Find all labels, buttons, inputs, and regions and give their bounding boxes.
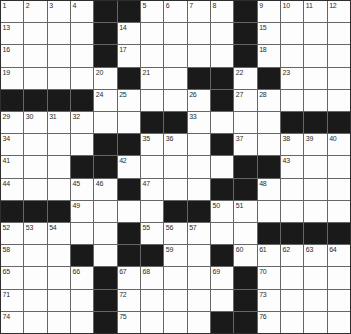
white-cell[interactable] [211,290,233,311]
white-cell[interactable] [328,45,350,66]
clue-number: 10 [283,1,290,10]
clue-number: 30 [26,112,33,121]
white-cell[interactable]: 62 [281,245,303,266]
clue-number: 33 [189,112,196,121]
clue-number: 19 [3,68,10,77]
black-cell [234,179,256,200]
black-cell [304,112,326,133]
white-cell[interactable] [118,112,140,133]
white-cell[interactable]: 53 [24,223,46,244]
white-cell[interactable]: 33 [188,112,210,133]
white-cell[interactable]: 48 [258,179,280,200]
white-cell[interactable] [141,45,163,66]
white-cell[interactable]: 31 [48,112,70,133]
white-cell[interactable] [188,267,210,288]
white-cell[interactable] [281,23,303,44]
white-cell[interactable]: 10 [281,1,303,22]
black-cell [234,23,256,44]
white-cell[interactable]: 25 [118,90,140,111]
clue-number: 15 [259,23,266,32]
white-cell[interactable] [71,23,93,44]
white-cell[interactable]: 42 [118,156,140,177]
clue-number: 75 [119,312,126,321]
white-cell[interactable] [164,23,186,44]
clue-number: 4 [73,1,77,10]
black-cell [211,90,233,111]
white-cell[interactable] [258,201,280,222]
white-cell[interactable]: 28 [258,90,280,111]
black-cell [94,290,116,311]
white-cell[interactable] [164,267,186,288]
black-cell [94,267,116,288]
black-cell [94,23,116,44]
white-cell[interactable]: 29 [1,112,23,133]
black-cell [234,156,256,177]
clue-number: 62 [283,245,290,254]
white-cell[interactable]: 47 [141,179,163,200]
black-cell [211,245,233,266]
white-cell[interactable]: 72 [118,290,140,311]
white-cell[interactable] [164,290,186,311]
white-cell[interactable] [188,23,210,44]
white-cell[interactable]: 59 [164,245,186,266]
black-cell [234,267,256,288]
crossword-grid: 1234567891011121314151617181920212223242… [0,0,351,334]
clue-number: 51 [236,201,243,210]
white-cell[interactable]: 27 [234,90,256,111]
clue-number: 70 [259,267,266,276]
clue-number: 68 [143,267,150,276]
white-cell[interactable]: 5 [141,1,163,22]
white-cell[interactable]: 56 [164,223,186,244]
black-cell [234,45,256,66]
white-cell[interactable] [281,290,303,311]
white-cell[interactable]: 2 [24,1,46,22]
white-cell[interactable] [188,179,210,200]
white-cell[interactable] [328,90,350,111]
white-cell[interactable] [24,23,46,44]
clue-number: 72 [119,290,126,299]
white-cell[interactable]: 51 [234,201,256,222]
black-cell [258,223,280,244]
white-cell[interactable]: 73 [258,290,280,311]
white-cell[interactable] [71,45,93,66]
clue-number: 46 [96,179,103,188]
white-cell[interactable] [304,267,326,288]
white-cell[interactable]: 24 [94,90,116,111]
white-cell[interactable] [71,223,93,244]
white-cell[interactable]: 34 [1,134,23,155]
white-cell[interactable]: 14 [118,23,140,44]
clue-number: 40 [329,134,336,143]
black-cell [188,201,210,222]
clue-number: 38 [283,134,290,143]
white-cell[interactable]: 32 [71,112,93,133]
white-cell[interactable] [24,312,46,333]
white-cell[interactable] [71,134,93,155]
white-cell[interactable]: 18 [258,45,280,66]
white-cell[interactable]: 54 [48,223,70,244]
white-cell[interactable]: 44 [1,179,23,200]
clue-number: 7 [189,1,193,10]
white-cell[interactable] [94,245,116,266]
white-cell[interactable] [48,23,70,44]
black-cell [328,223,350,244]
white-cell[interactable]: 55 [141,223,163,244]
white-cell[interactable] [48,179,70,200]
white-cell[interactable]: 6 [164,1,186,22]
white-cell[interactable] [328,290,350,311]
white-cell[interactable] [94,201,116,222]
clue-number: 67 [119,267,126,276]
white-cell[interactable] [188,156,210,177]
white-cell[interactable]: 65 [1,267,23,288]
white-cell[interactable] [118,201,140,222]
white-cell[interactable] [304,290,326,311]
black-cell [118,1,140,22]
clue-number: 45 [73,179,80,188]
white-cell[interactable]: 60 [234,245,256,266]
clue-number: 73 [259,290,266,299]
clue-number: 8 [213,1,217,10]
clue-number: 23 [283,68,290,77]
white-cell[interactable] [71,68,93,89]
white-cell[interactable]: 16 [1,45,23,66]
clue-number: 35 [143,134,150,143]
white-cell[interactable] [188,312,210,333]
black-cell [94,312,116,333]
clue-number: 31 [49,112,56,121]
black-cell [94,1,116,22]
white-cell[interactable] [281,267,303,288]
white-cell[interactable] [234,223,256,244]
white-cell[interactable] [71,312,93,333]
white-cell[interactable] [281,312,303,333]
clue-number: 21 [143,68,150,77]
black-cell [118,223,140,244]
clue-number: 13 [3,23,10,32]
white-cell[interactable] [211,45,233,66]
white-cell[interactable] [48,156,70,177]
clue-number: 61 [259,245,266,254]
clue-number: 57 [189,223,196,232]
white-cell[interactable]: 30 [24,112,46,133]
white-cell[interactable] [48,45,70,66]
white-cell[interactable]: 4 [71,1,93,22]
white-cell[interactable] [258,134,280,155]
white-cell[interactable]: 13 [1,23,23,44]
white-cell[interactable] [328,201,350,222]
black-cell [281,112,303,133]
white-cell[interactable] [94,112,116,133]
white-cell[interactable]: 50 [211,201,233,222]
white-cell[interactable] [211,156,233,177]
clue-number: 60 [236,245,243,254]
clue-number: 54 [49,223,56,232]
black-cell [118,179,140,200]
white-cell[interactable]: 57 [188,223,210,244]
black-cell [48,90,70,111]
white-cell[interactable] [48,245,70,266]
clue-number: 69 [213,267,220,276]
clue-number: 63 [306,245,313,254]
white-cell[interactable] [188,45,210,66]
white-cell[interactable]: 15 [258,23,280,44]
white-cell[interactable] [304,201,326,222]
clue-number: 48 [259,179,266,188]
white-cell[interactable] [24,134,46,155]
black-cell [328,112,350,133]
white-cell[interactable] [281,201,303,222]
clue-number: 76 [259,312,266,321]
white-cell[interactable]: 20 [94,68,116,89]
white-cell[interactable] [71,290,93,311]
white-cell[interactable] [234,112,256,133]
white-cell[interactable] [164,156,186,177]
white-cell[interactable] [328,23,350,44]
clue-number: 65 [3,267,10,276]
white-cell[interactable] [304,45,326,66]
white-cell[interactable]: 41 [1,156,23,177]
black-cell [258,68,280,89]
white-cell[interactable] [281,45,303,66]
clue-number: 20 [96,68,103,77]
black-cell [211,179,233,200]
white-cell[interactable]: 66 [71,267,93,288]
clue-number: 50 [213,201,220,210]
white-cell[interactable]: 37 [234,134,256,155]
white-cell[interactable] [164,90,186,111]
white-cell[interactable]: 64 [328,245,350,266]
white-cell[interactable] [211,23,233,44]
black-cell [94,45,116,66]
black-cell [234,290,256,311]
white-cell[interactable]: 61 [258,245,280,266]
clue-number: 64 [329,245,336,254]
white-cell[interactable] [141,23,163,44]
white-cell[interactable] [164,68,186,89]
white-cell[interactable] [141,290,163,311]
clue-number: 41 [3,156,10,165]
black-cell [164,201,186,222]
clue-number: 1 [3,1,7,10]
clue-number: 22 [236,68,243,77]
white-cell[interactable]: 9 [258,1,280,22]
white-cell[interactable]: 22 [234,68,256,89]
black-cell [1,90,23,111]
clue-number: 66 [73,267,80,276]
white-cell[interactable]: 52 [1,223,23,244]
white-cell[interactable]: 74 [1,312,23,333]
black-cell [71,156,93,177]
white-cell[interactable] [94,223,116,244]
white-cell[interactable]: 39 [304,134,326,155]
white-cell[interactable] [48,68,70,89]
white-cell[interactable] [141,90,163,111]
white-cell[interactable] [24,267,46,288]
white-cell[interactable]: 63 [304,245,326,266]
black-cell [211,312,233,333]
clue-number: 56 [166,223,173,232]
white-cell[interactable]: 67 [118,267,140,288]
black-cell [94,134,116,155]
black-cell [24,90,46,111]
clue-number: 37 [236,134,243,143]
clue-number: 11 [306,1,313,10]
white-cell[interactable]: 68 [141,267,163,288]
clue-number: 49 [73,201,80,210]
white-cell[interactable]: 8 [211,1,233,22]
white-cell[interactable] [188,134,210,155]
white-cell[interactable]: 23 [281,68,303,89]
clue-number: 17 [119,45,126,54]
white-cell[interactable] [281,179,303,200]
white-cell[interactable] [48,267,70,288]
white-cell[interactable] [141,201,163,222]
clue-number: 29 [3,112,10,121]
white-cell[interactable] [24,179,46,200]
white-cell[interactable]: 49 [71,201,93,222]
white-cell[interactable]: 19 [1,68,23,89]
clue-number: 25 [119,90,126,99]
white-cell[interactable] [24,45,46,66]
clue-number: 18 [259,45,266,54]
clue-number: 74 [3,312,10,321]
clue-number: 44 [3,179,10,188]
black-cell [281,223,303,244]
white-cell[interactable] [211,223,233,244]
white-cell[interactable] [24,290,46,311]
black-cell [211,134,233,155]
clue-number: 47 [143,179,150,188]
clue-number: 34 [3,134,10,143]
clue-number: 6 [166,1,170,10]
clue-number: 16 [3,45,10,54]
clue-number: 36 [166,134,173,143]
white-cell[interactable] [164,45,186,66]
white-cell[interactable]: 35 [141,134,163,155]
clue-number: 14 [119,23,126,32]
white-cell[interactable]: 11 [304,1,326,22]
white-cell[interactable]: 3 [48,1,70,22]
white-cell[interactable] [24,245,46,266]
clue-number: 71 [3,290,10,299]
white-cell[interactable] [188,245,210,266]
black-cell [188,68,210,89]
clue-number: 59 [166,245,173,254]
white-cell[interactable] [304,68,326,89]
black-cell [118,134,140,155]
white-cell[interactable]: 12 [328,1,350,22]
white-cell[interactable] [304,23,326,44]
clue-number: 32 [73,112,80,121]
black-cell [304,223,326,244]
white-cell[interactable] [48,312,70,333]
clue-number: 42 [119,156,126,165]
white-cell[interactable]: 76 [258,312,280,333]
white-cell[interactable] [304,179,326,200]
white-cell[interactable]: 26 [188,90,210,111]
white-cell[interactable] [328,312,350,333]
clue-number: 27 [236,90,243,99]
white-cell[interactable] [164,312,186,333]
clue-number: 24 [96,90,103,99]
black-cell [234,1,256,22]
white-cell[interactable]: 38 [281,134,303,155]
clue-number: 58 [3,245,10,254]
white-cell[interactable] [304,90,326,111]
black-cell [211,68,233,89]
white-cell[interactable] [211,112,233,133]
white-cell[interactable]: 1 [1,1,23,22]
white-cell[interactable]: 17 [118,45,140,66]
black-cell [1,201,23,222]
clue-number: 53 [26,223,33,232]
white-cell[interactable] [281,90,303,111]
white-cell[interactable]: 46 [94,179,116,200]
white-cell[interactable]: 71 [1,290,23,311]
black-cell [234,312,256,333]
clue-number: 52 [3,223,10,232]
clue-number: 2 [26,1,30,10]
white-cell[interactable] [48,290,70,311]
white-cell[interactable] [141,156,163,177]
white-cell[interactable] [304,312,326,333]
white-cell[interactable] [48,134,70,155]
white-cell[interactable]: 70 [258,267,280,288]
white-cell[interactable]: 45 [71,179,93,200]
clue-number: 55 [143,223,150,232]
white-cell[interactable] [24,68,46,89]
white-cell[interactable]: 75 [118,312,140,333]
clue-number: 39 [306,134,313,143]
white-cell[interactable] [24,156,46,177]
white-cell[interactable] [328,68,350,89]
white-cell[interactable]: 43 [281,156,303,177]
white-cell[interactable] [141,312,163,333]
clue-number: 12 [329,1,336,10]
white-cell[interactable]: 36 [164,134,186,155]
black-cell [141,112,163,133]
white-cell[interactable]: 21 [141,68,163,89]
black-cell [71,245,93,266]
black-cell [71,90,93,111]
clue-number: 3 [49,1,53,10]
black-cell [118,245,140,266]
black-cell [164,112,186,133]
white-cell[interactable]: 7 [188,1,210,22]
white-cell[interactable]: 40 [328,134,350,155]
clue-number: 43 [283,156,290,165]
white-cell[interactable] [188,290,210,311]
white-cell[interactable] [304,156,326,177]
white-cell[interactable] [258,112,280,133]
white-cell[interactable] [164,179,186,200]
black-cell [94,156,116,177]
white-cell[interactable]: 58 [1,245,23,266]
black-cell [141,245,163,266]
clue-number: 9 [259,1,263,10]
black-cell [48,201,70,222]
white-cell[interactable] [328,179,350,200]
white-cell[interactable] [328,267,350,288]
white-cell[interactable] [328,156,350,177]
black-cell [24,201,46,222]
clue-number: 26 [189,90,196,99]
black-cell [258,156,280,177]
clue-number: 28 [259,90,266,99]
white-cell[interactable]: 69 [211,267,233,288]
